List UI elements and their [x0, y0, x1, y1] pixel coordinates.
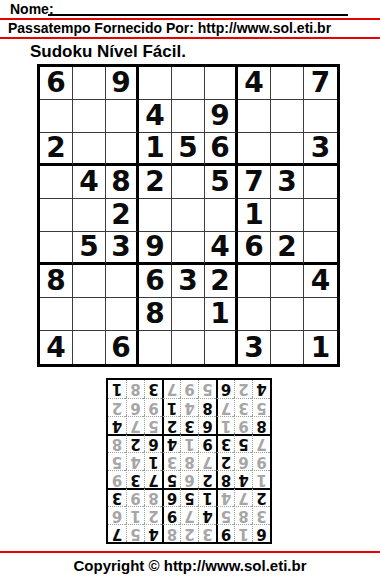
puzzle-cell-r2c1 [40, 100, 73, 133]
solution-cell-r1c8: 5 [126, 524, 144, 542]
puzzle-cell-r3c4: 1 [139, 133, 172, 166]
puzzle-cell-r2c6: 9 [205, 100, 238, 133]
puzzle-cell-r3c1: 2 [40, 133, 73, 166]
solution-cell-r5c9: 5 [108, 452, 126, 470]
solution-cell-r8c4: 8 [198, 398, 216, 416]
solution-cell-r4c6: 5 [162, 470, 180, 488]
solution-cell-r3c3: 4 [216, 488, 234, 506]
solution-cell-r5c2: 6 [234, 452, 252, 470]
solution-cell-r3c4: 1 [198, 488, 216, 506]
solution-cell-r5c1: 9 [252, 452, 270, 470]
puzzle-cell-r9c3: 6 [106, 331, 139, 364]
puzzle-cell-r8c1 [40, 298, 73, 331]
puzzle-cell-r2c7 [238, 100, 271, 133]
puzzle-cell-r8c2 [73, 298, 106, 331]
puzzle-cell-r5c5 [172, 199, 205, 232]
solution-cell-r9c1: 4 [252, 380, 270, 398]
solution-cell-r6c1: 7 [252, 434, 270, 452]
puzzle-cell-r5c4 [139, 199, 172, 232]
solution-cell-r1c6: 8 [162, 524, 180, 542]
solution-cell-r1c7: 4 [144, 524, 162, 542]
solution-cell-r5c4: 7 [198, 452, 216, 470]
solution-cell-r5c7: 1 [144, 452, 162, 470]
puzzle-cell-r6c8: 2 [271, 232, 304, 265]
solution-cell-r4c4: 2 [198, 470, 216, 488]
sudoku-grid: 694749215634825732153946286324814631 [37, 64, 340, 367]
solution-cell-r7c6: 2 [162, 416, 180, 434]
puzzle-cell-r7c5: 3 [172, 265, 205, 298]
puzzle-cell-r4c9 [304, 166, 337, 199]
puzzle-cell-r1c8 [271, 67, 304, 100]
puzzle-cell-r9c5 [172, 331, 205, 364]
solution-cell-r9c9: 1 [108, 380, 126, 398]
solution-cell-r8c7: 9 [144, 398, 162, 416]
puzzle-cell-r2c4: 4 [139, 100, 172, 133]
solution-cell-r9c4: 5 [198, 380, 216, 398]
puzzle-cell-r2c8 [271, 100, 304, 133]
solution-cell-r1c1: 6 [252, 524, 270, 542]
solution-cell-r3c1: 2 [252, 488, 270, 506]
puzzle-cell-r8c8 [271, 298, 304, 331]
solution-cell-r7c7: 5 [144, 416, 162, 434]
solution-cell-r5c5: 8 [180, 452, 198, 470]
puzzle-cell-r7c1: 8 [40, 265, 73, 298]
puzzle-cell-r9c9: 1 [304, 331, 337, 364]
puzzle-cell-r8c4: 8 [139, 298, 172, 331]
solution-cell-r3c8: 9 [126, 488, 144, 506]
solution-cell-r6c4: 9 [198, 434, 216, 452]
puzzle-cell-r1c4 [139, 67, 172, 100]
solution-cell-r7c5: 3 [180, 416, 198, 434]
puzzle-cell-r2c5 [172, 100, 205, 133]
puzzle-cell-r8c3 [106, 298, 139, 331]
puzzle-cell-r5c6 [205, 199, 238, 232]
solution-cell-r9c8: 8 [126, 380, 144, 398]
red-divider-under-provider [0, 37, 380, 39]
solution-cell-r2c6: 9 [162, 506, 180, 524]
solution-cell-r2c5: 7 [180, 506, 198, 524]
puzzle-cell-r6c7: 6 [238, 232, 271, 265]
solution-cell-r6c3: 3 [216, 434, 234, 452]
solution-cell-r2c1: 3 [252, 506, 270, 524]
solution-cell-r8c8: 6 [126, 398, 144, 416]
puzzle-cell-r5c8 [271, 199, 304, 232]
puzzle-cell-r2c2 [73, 100, 106, 133]
solution-cell-r9c2: 2 [234, 380, 252, 398]
solution-cell-r3c6: 6 [162, 488, 180, 506]
puzzle-cell-r4c8: 3 [271, 166, 304, 199]
solution-cell-r9c6: 7 [162, 380, 180, 398]
puzzle-cell-r1c7: 4 [238, 67, 271, 100]
printable-sudoku-page: Nome: Passatempo Fornecido Por: http://w… [0, 0, 380, 585]
puzzle-cell-r9c8 [271, 331, 304, 364]
solution-cell-r4c7: 7 [144, 470, 162, 488]
solution-cell-r9c3: 6 [216, 380, 234, 398]
solution-cell-r7c2: 9 [234, 416, 252, 434]
solution-cell-r2c3: 5 [216, 506, 234, 524]
solution-cell-r5c6: 3 [162, 452, 180, 470]
solution-cell-r4c1: 1 [252, 470, 270, 488]
solution-grid: 6193284573854792162741568931482657399627… [106, 378, 272, 544]
solution-cell-r4c9: 9 [108, 470, 126, 488]
puzzle-cell-r3c3 [106, 133, 139, 166]
copyright-text: Copyright © http://www.sol.eti.br [0, 557, 380, 574]
puzzle-cell-r1c9: 7 [304, 67, 337, 100]
solution-cell-r9c5: 9 [180, 380, 198, 398]
solution-cell-r6c5: 1 [180, 434, 198, 452]
puzzle-cell-r7c6: 2 [205, 265, 238, 298]
puzzle-cell-r4c2: 4 [73, 166, 106, 199]
puzzle-cell-r8c6: 1 [205, 298, 238, 331]
puzzle-cell-r9c6 [205, 331, 238, 364]
solution-cell-r2c7: 2 [144, 506, 162, 524]
puzzle-cell-r6c3: 3 [106, 232, 139, 265]
puzzle-cell-r2c9 [304, 100, 337, 133]
solution-cell-r6c8: 2 [126, 434, 144, 452]
solution-cell-r7c4: 6 [198, 416, 216, 434]
solution-cell-r3c5: 5 [180, 488, 198, 506]
puzzle-cell-r8c9 [304, 298, 337, 331]
solution-cell-r5c8: 4 [126, 452, 144, 470]
puzzle-cell-r9c4 [139, 331, 172, 364]
puzzle-cell-r1c5 [172, 67, 205, 100]
puzzle-cell-r3c8 [271, 133, 304, 166]
solution-cell-r6c2: 5 [234, 434, 252, 452]
page-title: Sudoku Nível Fácil. [30, 42, 186, 62]
solution-cell-r3c7: 8 [144, 488, 162, 506]
solution-cell-r2c8: 1 [126, 506, 144, 524]
puzzle-cell-r3c7 [238, 133, 271, 166]
solution-cell-r1c9: 7 [108, 524, 126, 542]
puzzle-cell-r6c2: 5 [73, 232, 106, 265]
solution-cell-r8c6: 1 [162, 398, 180, 416]
puzzle-cell-r4c3: 8 [106, 166, 139, 199]
puzzle-cell-r3c2 [73, 133, 106, 166]
puzzle-cell-r7c4: 6 [139, 265, 172, 298]
solution-cell-r2c2: 8 [234, 506, 252, 524]
puzzle-cell-r2c3 [106, 100, 139, 133]
puzzle-cell-r1c6 [205, 67, 238, 100]
puzzle-cell-r7c3 [106, 265, 139, 298]
puzzle-cell-r6c9 [304, 232, 337, 265]
puzzle-cell-r1c1: 6 [40, 67, 73, 100]
puzzle-cell-r4c5 [172, 166, 205, 199]
name-fill-in-line [48, 14, 348, 16]
puzzle-cell-r7c9: 4 [304, 265, 337, 298]
provider-line: Passatempo Fornecido Por: http://www.sol… [8, 20, 331, 36]
puzzle-cell-r6c6: 4 [205, 232, 238, 265]
puzzle-cell-r8c7 [238, 298, 271, 331]
solution-cell-r8c3: 7 [216, 398, 234, 416]
puzzle-cell-r9c7: 3 [238, 331, 271, 364]
solution-cell-r4c3: 8 [216, 470, 234, 488]
solution-cell-r9c7: 3 [144, 380, 162, 398]
puzzle-cell-r4c6: 5 [205, 166, 238, 199]
solution-cell-r2c4: 4 [198, 506, 216, 524]
puzzle-cell-r4c7: 7 [238, 166, 271, 199]
solution-cell-r3c9: 3 [108, 488, 126, 506]
puzzle-cell-r5c7: 1 [238, 199, 271, 232]
puzzle-cell-r9c1: 4 [40, 331, 73, 364]
solution-cell-r7c9: 4 [108, 416, 126, 434]
solution-cell-r6c6: 4 [162, 434, 180, 452]
solution-cell-r2c9: 6 [108, 506, 126, 524]
puzzle-cell-r5c2 [73, 199, 106, 232]
solution-cell-r7c3: 1 [216, 416, 234, 434]
puzzle-cell-r6c1 [40, 232, 73, 265]
puzzle-cell-r1c2 [73, 67, 106, 100]
solution-cell-r4c2: 4 [234, 470, 252, 488]
solution-cell-r7c1: 8 [252, 416, 270, 434]
solution-cell-r6c7: 6 [144, 434, 162, 452]
puzzle-cell-r4c1 [40, 166, 73, 199]
solution-cell-r3c2: 7 [234, 488, 252, 506]
puzzle-cell-r5c1 [40, 199, 73, 232]
puzzle-cell-r5c9 [304, 199, 337, 232]
solution-cell-r1c5: 2 [180, 524, 198, 542]
solution-cell-r8c2: 3 [234, 398, 252, 416]
solution-cell-r8c9: 2 [108, 398, 126, 416]
solution-cell-r4c8: 3 [126, 470, 144, 488]
puzzle-cell-r7c2 [73, 265, 106, 298]
solution-cell-r1c2: 1 [234, 524, 252, 542]
puzzle-cell-r1c3: 9 [106, 67, 139, 100]
puzzle-cell-r3c6: 6 [205, 133, 238, 166]
solution-cell-r5c3: 2 [216, 452, 234, 470]
puzzle-cell-r6c5 [172, 232, 205, 265]
solution-cell-r1c4: 3 [198, 524, 216, 542]
solution-cell-r7c8: 7 [126, 416, 144, 434]
solution-cell-r6c9: 8 [108, 434, 126, 452]
puzzle-cell-r6c4: 9 [139, 232, 172, 265]
solution-cell-r1c3: 9 [216, 524, 234, 542]
solution-cell-r8c5: 4 [180, 398, 198, 416]
solution-cell-r8c1: 5 [252, 398, 270, 416]
puzzle-cell-r3c5: 5 [172, 133, 205, 166]
solution-cell-r4c5: 6 [180, 470, 198, 488]
puzzle-cell-r3c9: 3 [304, 133, 337, 166]
puzzle-cell-r7c7 [238, 265, 271, 298]
red-divider-bottom [0, 551, 380, 553]
puzzle-cell-r4c4: 2 [139, 166, 172, 199]
puzzle-cell-r9c2 [73, 331, 106, 364]
puzzle-cell-r7c8 [271, 265, 304, 298]
puzzle-cell-r8c5 [172, 298, 205, 331]
puzzle-cell-r5c3: 2 [106, 199, 139, 232]
